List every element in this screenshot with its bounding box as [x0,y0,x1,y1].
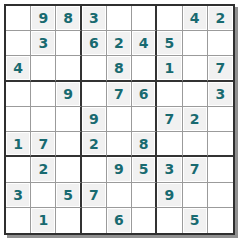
sudoku-cell[interactable] [157,132,182,157]
sudoku-cell[interactable] [107,6,132,31]
sudoku-cell[interactable] [56,31,81,56]
sudoku-cell[interactable] [208,107,233,132]
sudoku-cell[interactable] [6,157,31,182]
sudoku-cell[interactable] [82,82,107,107]
sudoku-cell-given: 9 [107,157,132,182]
sudoku-cell[interactable] [208,157,233,182]
sudoku-cell-given: 4 [183,6,208,31]
sudoku-cell-given: 2 [107,31,132,56]
sudoku-cell-given: 9 [31,6,56,31]
sudoku-cell-given: 4 [6,56,31,81]
sudoku-cell-given: 3 [208,82,233,107]
sudoku-cell-given: 2 [31,157,56,182]
sudoku-cell-given: 3 [31,31,56,56]
sudoku-cell[interactable] [31,82,56,107]
sudoku-cell[interactable] [183,132,208,157]
sudoku-cell[interactable] [107,107,132,132]
sudoku-cell[interactable] [82,56,107,81]
sudoku-cell[interactable] [82,157,107,182]
sudoku-cell[interactable] [6,82,31,107]
sudoku-cell-given: 7 [82,183,107,208]
sudoku-cell[interactable] [6,31,31,56]
sudoku-cell[interactable] [183,31,208,56]
sudoku-cell[interactable] [157,208,182,233]
sudoku-cell-given: 5 [132,157,157,182]
sudoku-cell[interactable] [132,6,157,31]
sudoku-cell-given: 6 [132,82,157,107]
sudoku-cell-given: 1 [6,132,31,157]
sudoku-cell-given: 2 [208,6,233,31]
sudoku-cell-given: 3 [157,157,182,182]
sudoku-cell[interactable] [107,183,132,208]
sudoku-cell[interactable] [107,132,132,157]
sudoku-cell[interactable] [31,183,56,208]
sudoku-cell[interactable] [132,183,157,208]
sudoku-cell[interactable] [132,107,157,132]
sudoku-cell-given: 1 [31,208,56,233]
sudoku-cell-given: 6 [82,31,107,56]
sudoku-cell[interactable] [31,56,56,81]
sudoku-cell[interactable] [56,56,81,81]
sudoku-cell[interactable] [132,208,157,233]
sudoku-cell[interactable] [6,208,31,233]
sudoku-cell-given: 1 [157,56,182,81]
sudoku-cell-given: 7 [208,56,233,81]
sudoku-cell[interactable] [183,82,208,107]
sudoku-board: 9834236245481797639721728295373579165 [4,4,235,235]
sudoku-cell[interactable] [6,107,31,132]
sudoku-cell[interactable] [56,208,81,233]
sudoku-cell-given: 5 [183,208,208,233]
sudoku-cell-given: 9 [82,107,107,132]
sudoku-cell-given: 9 [157,183,182,208]
sudoku-cell-given: 9 [56,82,81,107]
sudoku-cell[interactable] [183,56,208,81]
sudoku-cell-given: 8 [132,132,157,157]
sudoku-cell-given: 2 [183,107,208,132]
sudoku-cell[interactable] [208,31,233,56]
sudoku-cell[interactable] [82,208,107,233]
sudoku-cell-given: 4 [132,31,157,56]
sudoku-cell-given: 2 [82,132,107,157]
sudoku-cell-given: 3 [82,6,107,31]
sudoku-cell-given: 7 [107,82,132,107]
sudoku-cell-given: 5 [56,183,81,208]
sudoku-cell[interactable] [31,107,56,132]
sudoku-cell-given: 8 [107,56,132,81]
sudoku-cell-given: 5 [157,31,182,56]
sudoku-cell-given: 7 [157,107,182,132]
sudoku-cell[interactable] [208,132,233,157]
sudoku-cell[interactable] [132,56,157,81]
sudoku-cell-given: 6 [107,208,132,233]
sudoku-cell[interactable] [183,183,208,208]
sudoku-cell-given: 8 [56,6,81,31]
sudoku-cell[interactable] [56,107,81,132]
sudoku-cell[interactable] [208,183,233,208]
sudoku-cell[interactable] [157,82,182,107]
sudoku-cell-given: 3 [6,183,31,208]
sudoku-cell[interactable] [56,132,81,157]
sudoku-cell[interactable] [157,6,182,31]
sudoku-cell[interactable] [56,157,81,182]
sudoku-cell[interactable] [6,6,31,31]
sudoku-cell-given: 7 [183,157,208,182]
sudoku-cell-given: 7 [31,132,56,157]
sudoku-cell[interactable] [208,208,233,233]
